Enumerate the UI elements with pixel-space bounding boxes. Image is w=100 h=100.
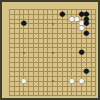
hoshi-dot bbox=[52, 80, 54, 82]
hoshi-dot bbox=[80, 52, 82, 54]
hoshi-dot bbox=[52, 23, 54, 25]
hoshi-dot bbox=[23, 52, 25, 54]
go-board: ●●●●●●●●●●●●●●●● bbox=[0, 0, 100, 100]
go-board-grid: ●●●●●●●●●●●●●●●● bbox=[7, 7, 98, 98]
hoshi-dot bbox=[80, 23, 82, 25]
hoshi-dot bbox=[23, 80, 25, 82]
hoshi-dot bbox=[52, 52, 54, 54]
hoshi-dot bbox=[80, 80, 82, 82]
board-point[interactable] bbox=[93, 93, 98, 98]
hoshi-dot bbox=[23, 23, 25, 25]
